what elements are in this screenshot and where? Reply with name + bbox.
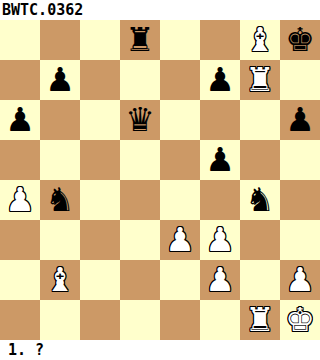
square-e5[interactable]	[160, 140, 200, 180]
white-pawn[interactable]: ♟	[0, 180, 40, 220]
square-b6[interactable]	[40, 100, 80, 140]
square-g4[interactable]: ♞	[240, 180, 280, 220]
square-c7[interactable]	[80, 60, 120, 100]
square-h7[interactable]	[280, 60, 320, 100]
square-c1[interactable]	[80, 300, 120, 340]
square-h6[interactable]: ♟	[280, 100, 320, 140]
square-f5[interactable]: ♟	[200, 140, 240, 180]
square-g5[interactable]	[240, 140, 280, 180]
square-a6[interactable]: ♟	[0, 100, 40, 140]
white-rook[interactable]: ♜	[240, 60, 280, 100]
square-f8[interactable]	[200, 20, 240, 60]
square-c6[interactable]	[80, 100, 120, 140]
black-pawn[interactable]: ♟	[280, 100, 320, 140]
square-d7[interactable]	[120, 60, 160, 100]
square-h1[interactable]: ♚	[280, 300, 320, 340]
square-e6[interactable]	[160, 100, 200, 140]
square-g8[interactable]: ♝	[240, 20, 280, 60]
square-b7[interactable]: ♟	[40, 60, 80, 100]
square-c8[interactable]	[80, 20, 120, 60]
square-h4[interactable]	[280, 180, 320, 220]
square-d5[interactable]	[120, 140, 160, 180]
square-c5[interactable]	[80, 140, 120, 180]
black-pawn[interactable]: ♟	[200, 60, 240, 100]
black-queen[interactable]: ♛	[120, 100, 160, 140]
square-d2[interactable]	[120, 260, 160, 300]
square-b4[interactable]: ♞	[40, 180, 80, 220]
square-d6[interactable]: ♛	[120, 100, 160, 140]
square-d1[interactable]	[120, 300, 160, 340]
square-b8[interactable]	[40, 20, 80, 60]
square-c3[interactable]	[80, 220, 120, 260]
square-b1[interactable]	[40, 300, 80, 340]
black-king[interactable]: ♚	[280, 20, 320, 60]
square-e2[interactable]	[160, 260, 200, 300]
square-h2[interactable]: ♟	[280, 260, 320, 300]
square-a8[interactable]	[0, 20, 40, 60]
white-pawn[interactable]: ♟	[280, 260, 320, 300]
square-b5[interactable]	[40, 140, 80, 180]
square-c2[interactable]	[80, 260, 120, 300]
square-h3[interactable]	[280, 220, 320, 260]
square-e3[interactable]: ♟	[160, 220, 200, 260]
square-f2[interactable]: ♟	[200, 260, 240, 300]
black-knight[interactable]: ♞	[40, 180, 80, 220]
black-pawn[interactable]: ♟	[0, 100, 40, 140]
chess-board: ♜♝♚♟♟♜♟♛♟♟♟♞♞♟♟♝♟♟♜♚	[0, 20, 320, 340]
square-a3[interactable]	[0, 220, 40, 260]
white-pawn[interactable]: ♟	[160, 220, 200, 260]
square-g3[interactable]	[240, 220, 280, 260]
square-g6[interactable]	[240, 100, 280, 140]
black-knight[interactable]: ♞	[240, 180, 280, 220]
square-a5[interactable]	[0, 140, 40, 180]
square-b3[interactable]	[40, 220, 80, 260]
white-rook[interactable]: ♜	[240, 300, 280, 340]
black-pawn[interactable]: ♟	[40, 60, 80, 100]
square-f7[interactable]: ♟	[200, 60, 240, 100]
square-g7[interactable]: ♜	[240, 60, 280, 100]
square-e1[interactable]	[160, 300, 200, 340]
white-pawn[interactable]: ♟	[200, 220, 240, 260]
square-a2[interactable]	[0, 260, 40, 300]
square-f1[interactable]	[200, 300, 240, 340]
white-pawn[interactable]: ♟	[200, 260, 240, 300]
square-f6[interactable]	[200, 100, 240, 140]
square-a7[interactable]	[0, 60, 40, 100]
square-h5[interactable]	[280, 140, 320, 180]
puzzle-title: BWTC.0362	[0, 0, 320, 20]
white-bishop[interactable]: ♝	[40, 260, 80, 300]
square-g1[interactable]: ♜	[240, 300, 280, 340]
square-b2[interactable]: ♝	[40, 260, 80, 300]
white-bishop[interactable]: ♝	[240, 20, 280, 60]
move-prompt: 1. ?	[0, 340, 320, 360]
black-pawn[interactable]: ♟	[200, 140, 240, 180]
square-a1[interactable]	[0, 300, 40, 340]
square-f4[interactable]	[200, 180, 240, 220]
square-d3[interactable]	[120, 220, 160, 260]
square-e4[interactable]	[160, 180, 200, 220]
square-g2[interactable]	[240, 260, 280, 300]
square-e7[interactable]	[160, 60, 200, 100]
square-c4[interactable]	[80, 180, 120, 220]
square-d4[interactable]	[120, 180, 160, 220]
square-a4[interactable]: ♟	[0, 180, 40, 220]
square-h8[interactable]: ♚	[280, 20, 320, 60]
square-d8[interactable]: ♜	[120, 20, 160, 60]
square-e8[interactable]	[160, 20, 200, 60]
white-king[interactable]: ♚	[280, 300, 320, 340]
black-rook[interactable]: ♜	[120, 20, 160, 60]
square-f3[interactable]: ♟	[200, 220, 240, 260]
